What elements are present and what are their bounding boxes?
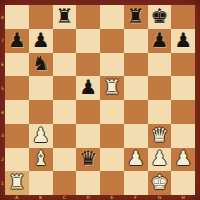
square-c2[interactable] xyxy=(53,148,77,172)
square-a5[interactable] xyxy=(5,76,29,100)
square-c1[interactable] xyxy=(53,171,77,195)
square-g8[interactable]: ♚ xyxy=(148,5,172,29)
square-d2[interactable]: ♛ xyxy=(76,148,100,172)
rank-label-2: 2 xyxy=(0,157,5,162)
square-b5[interactable] xyxy=(29,76,53,100)
square-e4[interactable] xyxy=(100,100,124,124)
square-c6[interactable] xyxy=(53,53,77,77)
square-f3[interactable] xyxy=(124,124,148,148)
rank-label-3: 3 xyxy=(0,133,5,138)
piece-white-pawn: ♟ xyxy=(174,148,192,168)
square-f6[interactable] xyxy=(124,53,148,77)
square-c7[interactable] xyxy=(53,29,77,53)
rank-label-7: 7 xyxy=(0,38,5,43)
piece-black-rook: ♜ xyxy=(55,6,73,26)
piece-white-pawn: ♟ xyxy=(127,148,145,168)
square-b3[interactable]: ♟ xyxy=(29,124,53,148)
square-e8[interactable] xyxy=(100,5,124,29)
piece-white-rook: ♜ xyxy=(103,77,121,97)
chess-board: ♜♜♚♟♟♟♟♞♟♜♟♛♝♛♟♟♟♜♚ 12345678ABCDEFGH xyxy=(0,0,200,200)
square-a3[interactable] xyxy=(5,124,29,148)
square-d5[interactable]: ♟ xyxy=(76,76,100,100)
piece-black-pawn: ♟ xyxy=(79,77,97,97)
file-label-F: F xyxy=(124,195,148,200)
square-f7[interactable] xyxy=(124,29,148,53)
square-d7[interactable] xyxy=(76,29,100,53)
square-f5[interactable] xyxy=(124,76,148,100)
piece-black-knight: ♞ xyxy=(32,53,50,73)
square-h1[interactable] xyxy=(171,171,195,195)
square-g1[interactable]: ♚ xyxy=(148,171,172,195)
file-label-B: B xyxy=(29,195,53,200)
piece-black-pawn: ♟ xyxy=(8,30,26,50)
piece-white-queen: ♛ xyxy=(150,125,168,145)
square-b7[interactable]: ♟ xyxy=(29,29,53,53)
square-g5[interactable] xyxy=(148,76,172,100)
piece-black-pawn: ♟ xyxy=(150,30,168,50)
square-d3[interactable] xyxy=(76,124,100,148)
square-e3[interactable] xyxy=(100,124,124,148)
square-e1[interactable] xyxy=(100,171,124,195)
square-d6[interactable] xyxy=(76,53,100,77)
file-label-C: C xyxy=(53,195,77,200)
square-a6[interactable] xyxy=(5,53,29,77)
board-grid: ♜♜♚♟♟♟♟♞♟♜♟♛♝♛♟♟♟♜♚ xyxy=(5,5,195,195)
square-b1[interactable] xyxy=(29,171,53,195)
piece-black-rook: ♜ xyxy=(127,6,145,26)
square-f2[interactable]: ♟ xyxy=(124,148,148,172)
square-c4[interactable] xyxy=(53,100,77,124)
square-a4[interactable] xyxy=(5,100,29,124)
square-a7[interactable]: ♟ xyxy=(5,29,29,53)
square-b2[interactable]: ♝ xyxy=(29,148,53,172)
square-f1[interactable] xyxy=(124,171,148,195)
square-b6[interactable]: ♞ xyxy=(29,53,53,77)
piece-white-rook: ♜ xyxy=(8,172,26,192)
piece-white-bishop: ♝ xyxy=(32,148,50,168)
file-label-D: D xyxy=(76,195,100,200)
square-c3[interactable] xyxy=(53,124,77,148)
square-a8[interactable] xyxy=(5,5,29,29)
file-label-G: G xyxy=(148,195,172,200)
square-g4[interactable] xyxy=(148,100,172,124)
square-h6[interactable] xyxy=(171,53,195,77)
file-label-H: H xyxy=(171,195,195,200)
square-c8[interactable]: ♜ xyxy=(53,5,77,29)
rank-label-8: 8 xyxy=(0,15,5,20)
square-c5[interactable] xyxy=(53,76,77,100)
file-label-E: E xyxy=(100,195,124,200)
square-d8[interactable] xyxy=(76,5,100,29)
square-a2[interactable] xyxy=(5,148,29,172)
square-b8[interactable] xyxy=(29,5,53,29)
square-g7[interactable]: ♟ xyxy=(148,29,172,53)
square-e5[interactable]: ♜ xyxy=(100,76,124,100)
piece-white-king: ♚ xyxy=(150,172,168,192)
rank-label-6: 6 xyxy=(0,62,5,67)
square-h8[interactable] xyxy=(171,5,195,29)
square-g2[interactable]: ♟ xyxy=(148,148,172,172)
rank-label-1: 1 xyxy=(0,181,5,186)
square-h4[interactable] xyxy=(171,100,195,124)
square-h2[interactable]: ♟ xyxy=(171,148,195,172)
square-a1[interactable]: ♜ xyxy=(5,171,29,195)
square-h5[interactable] xyxy=(171,76,195,100)
square-f4[interactable] xyxy=(124,100,148,124)
square-e2[interactable] xyxy=(100,148,124,172)
piece-black-king: ♚ xyxy=(150,6,168,26)
square-f8[interactable]: ♜ xyxy=(124,5,148,29)
square-d4[interactable] xyxy=(76,100,100,124)
square-e6[interactable] xyxy=(100,53,124,77)
rank-label-4: 4 xyxy=(0,110,5,115)
piece-white-pawn: ♟ xyxy=(32,125,50,145)
piece-black-pawn: ♟ xyxy=(32,30,50,50)
square-g3[interactable]: ♛ xyxy=(148,124,172,148)
piece-black-pawn: ♟ xyxy=(174,30,192,50)
square-e7[interactable] xyxy=(100,29,124,53)
square-h3[interactable] xyxy=(171,124,195,148)
rank-label-5: 5 xyxy=(0,86,5,91)
piece-black-queen: ♛ xyxy=(79,148,97,168)
piece-white-pawn: ♟ xyxy=(150,148,168,168)
square-g6[interactable] xyxy=(148,53,172,77)
square-d1[interactable] xyxy=(76,171,100,195)
square-b4[interactable] xyxy=(29,100,53,124)
file-label-A: A xyxy=(5,195,29,200)
square-h7[interactable]: ♟ xyxy=(171,29,195,53)
